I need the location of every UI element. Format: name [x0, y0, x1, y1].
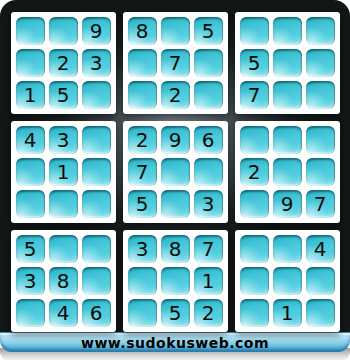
cell-r8c9[interactable]: [306, 267, 335, 295]
cell-r8c1: 3: [16, 267, 45, 295]
cell-r5c1[interactable]: [16, 158, 45, 186]
cell-r1c8[interactable]: [273, 17, 302, 45]
page: 923158572574312967532975384638715241 www…: [0, 0, 350, 360]
cell-r5c2: 1: [49, 158, 78, 186]
cell-r6c4: 5: [128, 190, 157, 218]
sudoku-box-1: 92315: [11, 12, 116, 114]
cell-r6c6: 3: [194, 190, 223, 218]
cell-r3c5: 2: [161, 81, 190, 109]
sudoku-box-7: 53846: [11, 230, 116, 332]
cell-r8c4[interactable]: [128, 267, 157, 295]
cell-r1c4: 8: [128, 17, 157, 45]
cell-r4c8[interactable]: [273, 126, 302, 154]
sudoku-box-2: 8572: [123, 12, 228, 114]
cell-r7c7[interactable]: [240, 235, 269, 263]
cell-r5c3[interactable]: [82, 158, 111, 186]
sudoku-box-9: 41: [235, 230, 340, 332]
cell-r9c4[interactable]: [128, 299, 157, 327]
cell-r1c7[interactable]: [240, 17, 269, 45]
cell-r2c7: 5: [240, 49, 269, 77]
cell-r8c2: 8: [49, 267, 78, 295]
cell-r6c9: 7: [306, 190, 335, 218]
cell-r7c9: 4: [306, 235, 335, 263]
cell-r9c8: 1: [273, 299, 302, 327]
cell-r2c5: 7: [161, 49, 190, 77]
cell-r3c9[interactable]: [306, 81, 335, 109]
cell-r8c3[interactable]: [82, 267, 111, 295]
cell-r1c1[interactable]: [16, 17, 45, 45]
cell-r8c8[interactable]: [273, 267, 302, 295]
cell-r6c3[interactable]: [82, 190, 111, 218]
sudoku-box-5: 296753: [123, 121, 228, 223]
sudoku-box-8: 387152: [123, 230, 228, 332]
cell-r6c7[interactable]: [240, 190, 269, 218]
cell-r9c3: 6: [82, 299, 111, 327]
cell-r7c8[interactable]: [273, 235, 302, 263]
cell-r8c7[interactable]: [240, 267, 269, 295]
cell-r9c1[interactable]: [16, 299, 45, 327]
cell-r3c6[interactable]: [194, 81, 223, 109]
cell-r3c2: 5: [49, 81, 78, 109]
cell-r2c3: 3: [82, 49, 111, 77]
cell-r7c6: 7: [194, 235, 223, 263]
cell-r5c8[interactable]: [273, 158, 302, 186]
sudoku-board-frame: 923158572574312967532975384638715241: [0, 0, 350, 332]
cell-r9c5: 5: [161, 299, 190, 327]
cell-r7c3[interactable]: [82, 235, 111, 263]
cell-r4c4: 2: [128, 126, 157, 154]
cell-r3c7: 7: [240, 81, 269, 109]
website-url[interactable]: www.sudokusweb.com: [81, 335, 269, 351]
cell-r4c6: 6: [194, 126, 223, 154]
cell-r3c3[interactable]: [82, 81, 111, 109]
cell-r4c7[interactable]: [240, 126, 269, 154]
cell-r9c2: 4: [49, 299, 78, 327]
cell-r2c4[interactable]: [128, 49, 157, 77]
cell-r4c5: 9: [161, 126, 190, 154]
cell-r2c8[interactable]: [273, 49, 302, 77]
cell-r1c6: 5: [194, 17, 223, 45]
cell-r6c8: 9: [273, 190, 302, 218]
sudoku-box-3: 57: [235, 12, 340, 114]
cell-r2c1[interactable]: [16, 49, 45, 77]
cell-r9c7[interactable]: [240, 299, 269, 327]
cell-r1c3: 9: [82, 17, 111, 45]
sudoku-plaque: 923158572574312967532975384638715241 www…: [0, 0, 350, 352]
cell-r5c4: 7: [128, 158, 157, 186]
cell-r4c2: 3: [49, 126, 78, 154]
cell-r8c6: 1: [194, 267, 223, 295]
sudoku-box-6: 297: [235, 121, 340, 223]
cell-r6c5[interactable]: [161, 190, 190, 218]
cell-r7c5: 8: [161, 235, 190, 263]
cell-r4c3[interactable]: [82, 126, 111, 154]
cell-r8c5[interactable]: [161, 267, 190, 295]
cell-r5c6[interactable]: [194, 158, 223, 186]
cell-r7c1: 5: [16, 235, 45, 263]
footer-band: www.sudokusweb.com: [0, 332, 350, 352]
cell-r1c9[interactable]: [306, 17, 335, 45]
cell-r4c9[interactable]: [306, 126, 335, 154]
sudoku-grid: 923158572574312967532975384638715241: [10, 12, 340, 332]
cell-r7c4: 3: [128, 235, 157, 263]
sudoku-box-4: 431: [11, 121, 116, 223]
cell-r3c4[interactable]: [128, 81, 157, 109]
cell-r3c8[interactable]: [273, 81, 302, 109]
cell-r6c2[interactable]: [49, 190, 78, 218]
cell-r2c2: 2: [49, 49, 78, 77]
cell-r9c9[interactable]: [306, 299, 335, 327]
cell-r6c1[interactable]: [16, 190, 45, 218]
cell-r5c7: 2: [240, 158, 269, 186]
cell-r1c5[interactable]: [161, 17, 190, 45]
cell-r2c9[interactable]: [306, 49, 335, 77]
cell-r7c2[interactable]: [49, 235, 78, 263]
cell-r5c9[interactable]: [306, 158, 335, 186]
cell-r4c1: 4: [16, 126, 45, 154]
cell-r2c6[interactable]: [194, 49, 223, 77]
cell-r5c5[interactable]: [161, 158, 190, 186]
cell-r3c1: 1: [16, 81, 45, 109]
cell-r9c6: 2: [194, 299, 223, 327]
cell-r1c2[interactable]: [49, 17, 78, 45]
